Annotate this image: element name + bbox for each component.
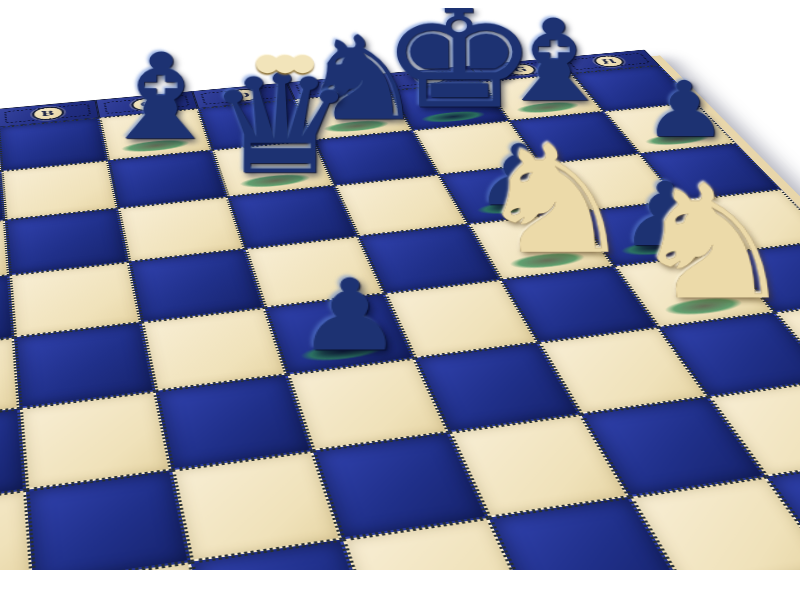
- file-label-f: F: [412, 71, 448, 85]
- file-label-b: B: [31, 106, 64, 122]
- square-b4: [14, 322, 155, 408]
- chess-set-photo: ABCDEFGH87654321♜♝♞♚♝♛●●●♟♟♟♟♞♟♞: [0, 0, 800, 600]
- square-c2: [172, 451, 343, 562]
- queen-crown-finials: ●●●: [255, 48, 308, 75]
- file-label-g: G: [502, 63, 539, 77]
- file-label-c: C: [130, 97, 164, 112]
- square-c4: [141, 308, 287, 391]
- file-label-e: E: [320, 79, 356, 94]
- file-label-d: D: [226, 88, 261, 103]
- chess-board: ABCDEFGH87654321♜♝♞♚♝♛●●●♟♟♟♟♞♟♞: [0, 50, 800, 600]
- photo-white-margin-bottom: [0, 570, 800, 600]
- photo-white-margin-top: [0, 0, 800, 8]
- file-label-h: H: [590, 55, 628, 69]
- square-b3: [20, 391, 172, 490]
